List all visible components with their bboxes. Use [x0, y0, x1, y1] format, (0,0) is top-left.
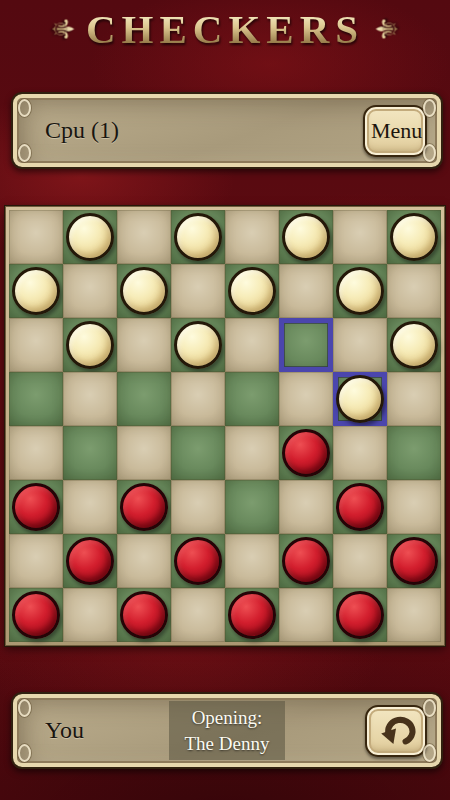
- square-r7c8[interactable]: [387, 534, 441, 588]
- white-piece[interactable]: [336, 267, 384, 315]
- title-bar: ⚜ CHECKERS ⚜: [0, 0, 450, 58]
- red-piece[interactable]: [174, 537, 222, 585]
- square-r2c5[interactable]: [225, 264, 279, 318]
- square-r7c5[interactable]: [225, 534, 279, 588]
- square-r4c3[interactable]: [117, 372, 171, 426]
- square-r3c4[interactable]: [171, 318, 225, 372]
- square-r3c7[interactable]: [333, 318, 387, 372]
- square-r8c2[interactable]: [63, 588, 117, 642]
- opponent-panel: Cpu (1) Menu: [11, 92, 443, 169]
- menu-button-label: Menu: [371, 118, 422, 143]
- square-r7c3[interactable]: [117, 534, 171, 588]
- square-r1c3[interactable]: [117, 210, 171, 264]
- board: [9, 210, 441, 642]
- red-piece[interactable]: [228, 591, 276, 639]
- square-r4c2[interactable]: [63, 372, 117, 426]
- square-r4c6[interactable]: [279, 372, 333, 426]
- app-screen: ⚜ CHECKERS ⚜ Cpu (1) Menu You Opening: T…: [0, 0, 450, 800]
- red-piece[interactable]: [120, 591, 168, 639]
- square-r3c1[interactable]: [9, 318, 63, 372]
- square-r7c2[interactable]: [63, 534, 117, 588]
- red-piece[interactable]: [12, 591, 60, 639]
- player-panel: You Opening: The Denny: [11, 692, 443, 769]
- square-r6c3[interactable]: [117, 480, 171, 534]
- square-r5c8[interactable]: [387, 426, 441, 480]
- square-r2c3[interactable]: [117, 264, 171, 318]
- square-r5c1[interactable]: [9, 426, 63, 480]
- square-r6c4[interactable]: [171, 480, 225, 534]
- square-r3c8[interactable]: [387, 318, 441, 372]
- white-piece[interactable]: [174, 213, 222, 261]
- fleur-right-icon: ⚜: [373, 16, 403, 43]
- square-r7c4[interactable]: [171, 534, 225, 588]
- square-r6c1[interactable]: [9, 480, 63, 534]
- red-piece[interactable]: [390, 537, 438, 585]
- square-r3c3[interactable]: [117, 318, 171, 372]
- square-r5c5[interactable]: [225, 426, 279, 480]
- square-r5c4[interactable]: [171, 426, 225, 480]
- red-piece[interactable]: [66, 537, 114, 585]
- square-r5c6[interactable]: [279, 426, 333, 480]
- opening-line2: The Denny: [185, 731, 270, 757]
- white-piece[interactable]: [66, 213, 114, 261]
- square-r2c6[interactable]: [279, 264, 333, 318]
- square-r7c7[interactable]: [333, 534, 387, 588]
- square-r2c8[interactable]: [387, 264, 441, 318]
- square-r4c8[interactable]: [387, 372, 441, 426]
- red-piece[interactable]: [282, 429, 330, 477]
- red-piece[interactable]: [336, 591, 384, 639]
- square-r7c1[interactable]: [9, 534, 63, 588]
- square-r2c7[interactable]: [333, 264, 387, 318]
- square-r5c3[interactable]: [117, 426, 171, 480]
- square-r8c8[interactable]: [387, 588, 441, 642]
- square-r4c4[interactable]: [171, 372, 225, 426]
- white-piece[interactable]: [12, 267, 60, 315]
- undo-button[interactable]: [365, 705, 427, 757]
- square-r8c1[interactable]: [9, 588, 63, 642]
- board-frame: [5, 206, 445, 646]
- menu-button[interactable]: Menu: [363, 105, 427, 157]
- white-piece[interactable]: [390, 321, 438, 369]
- square-r4c5[interactable]: [225, 372, 279, 426]
- white-piece[interactable]: [390, 213, 438, 261]
- square-r2c4[interactable]: [171, 264, 225, 318]
- square-r8c6[interactable]: [279, 588, 333, 642]
- square-r1c4[interactable]: [171, 210, 225, 264]
- square-r6c8[interactable]: [387, 480, 441, 534]
- red-piece[interactable]: [336, 483, 384, 531]
- square-r5c7[interactable]: [333, 426, 387, 480]
- square-r5c2[interactable]: [63, 426, 117, 480]
- opening-status-badge: Opening: The Denny: [169, 701, 285, 760]
- square-r1c1[interactable]: [9, 210, 63, 264]
- square-r3c5[interactable]: [225, 318, 279, 372]
- undo-icon: [375, 711, 417, 751]
- square-r3c6[interactable]: [279, 318, 333, 372]
- square-r1c8[interactable]: [387, 210, 441, 264]
- white-piece[interactable]: [228, 267, 276, 315]
- white-piece[interactable]: [66, 321, 114, 369]
- opponent-panel-inner: Cpu (1) Menu: [19, 100, 435, 161]
- square-r1c5[interactable]: [225, 210, 279, 264]
- player-label: You: [45, 717, 84, 744]
- red-piece[interactable]: [12, 483, 60, 531]
- square-r8c4[interactable]: [171, 588, 225, 642]
- white-piece[interactable]: [174, 321, 222, 369]
- white-piece[interactable]: [336, 375, 384, 423]
- square-r4c7[interactable]: [333, 372, 387, 426]
- square-r8c7[interactable]: [333, 588, 387, 642]
- square-r7c6[interactable]: [279, 534, 333, 588]
- square-r1c2[interactable]: [63, 210, 117, 264]
- white-piece[interactable]: [120, 267, 168, 315]
- square-r1c7[interactable]: [333, 210, 387, 264]
- square-r1c6[interactable]: [279, 210, 333, 264]
- white-piece[interactable]: [282, 213, 330, 261]
- square-r8c3[interactable]: [117, 588, 171, 642]
- red-piece[interactable]: [120, 483, 168, 531]
- red-piece[interactable]: [282, 537, 330, 585]
- square-r6c2[interactable]: [63, 480, 117, 534]
- square-r6c5[interactable]: [225, 480, 279, 534]
- player-panel-inner: You Opening: The Denny: [19, 700, 435, 761]
- square-r6c6[interactable]: [279, 480, 333, 534]
- square-r8c5[interactable]: [225, 588, 279, 642]
- square-r3c2[interactable]: [63, 318, 117, 372]
- app-title: CHECKERS: [86, 9, 364, 50]
- square-r6c7[interactable]: [333, 480, 387, 534]
- fleur-left-icon: ⚜: [47, 16, 77, 43]
- square-r2c1[interactable]: [9, 264, 63, 318]
- square-r4c1[interactable]: [9, 372, 63, 426]
- square-r2c2[interactable]: [63, 264, 117, 318]
- opening-line1: Opening:: [192, 705, 263, 731]
- opponent-label: Cpu (1): [45, 117, 119, 144]
